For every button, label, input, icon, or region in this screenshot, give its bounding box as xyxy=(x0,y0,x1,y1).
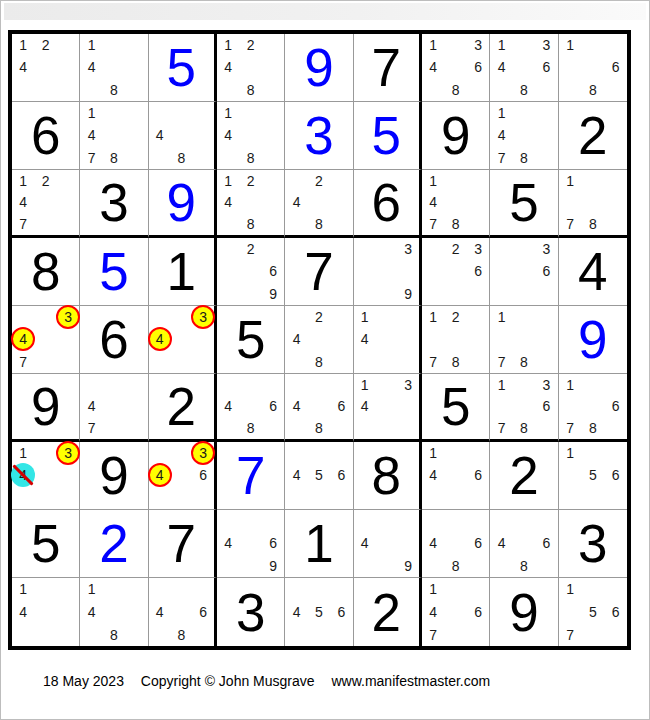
cell-r6c4[interactable]: 468 xyxy=(217,374,285,442)
candidate-digit[interactable]: 4 xyxy=(217,532,239,554)
candidate-digit[interactable]: 7 xyxy=(422,213,444,235)
candidate-digit[interactable]: 6 xyxy=(467,56,489,78)
cell-r5c1[interactable]: 347 xyxy=(12,306,80,374)
candidate-digit[interactable]: 6 xyxy=(467,532,489,554)
candidate-digit[interactable]: 4 xyxy=(354,396,376,418)
candidate-digit[interactable]: 4 xyxy=(12,464,34,486)
candidate-slot-empty xyxy=(12,487,34,509)
cell-r4c1[interactable]: 8 xyxy=(12,238,80,306)
candidate-value: 4 xyxy=(293,468,301,482)
candidate-value: 4 xyxy=(156,332,164,346)
candidate-slot-empty xyxy=(444,192,466,214)
candidate-digit[interactable]: 1 xyxy=(12,170,34,192)
candidate-digit[interactable]: 1 xyxy=(422,34,444,56)
candidate-digit[interactable]: 8 xyxy=(444,213,466,235)
candidate-digit[interactable]: 4 xyxy=(217,124,239,146)
candidate-digit[interactable]: 4 xyxy=(354,328,376,350)
candidate-slot-empty xyxy=(375,417,397,439)
candidate-digit[interactable]: 2 xyxy=(444,238,466,260)
candidate-digit[interactable]: 6 xyxy=(192,601,214,624)
candidate-digit[interactable]: 4 xyxy=(80,56,102,78)
candidate-value: 7 xyxy=(566,217,574,231)
candidate-digit[interactable]: 4 xyxy=(149,328,171,350)
cell-r3c4[interactable]: 1248 xyxy=(217,170,285,238)
cell-r8c6[interactable]: 49 xyxy=(354,510,422,578)
cell-r8c4[interactable]: 469 xyxy=(217,510,285,578)
cell-r3c1[interactable]: 1247 xyxy=(12,170,80,238)
candidate-digit[interactable]: 8 xyxy=(103,147,125,169)
cell-r2c8[interactable]: 1478 xyxy=(490,102,558,170)
cell-r8c8[interactable]: 468 xyxy=(490,510,558,578)
candidate-slot-empty xyxy=(217,213,239,235)
candidate-digit[interactable]: 6 xyxy=(192,464,214,486)
candidate-slot-empty xyxy=(375,283,397,305)
candidate-slot-empty xyxy=(444,170,466,192)
candidate-digit[interactable]: 3 xyxy=(192,306,214,328)
cell-r5c4[interactable]: 5 xyxy=(217,306,285,374)
candidate-digit[interactable]: 6 xyxy=(467,601,489,624)
cell-r8c1[interactable]: 5 xyxy=(12,510,80,578)
cell-r6c5[interactable]: 468 xyxy=(285,374,353,442)
candidate-digit[interactable]: 7 xyxy=(559,623,582,646)
candidate-digit[interactable]: 7 xyxy=(559,213,582,235)
candidate-value: 4 xyxy=(19,605,27,619)
candidate-slot-empty xyxy=(354,260,376,282)
cell-r9c4[interactable]: 3 xyxy=(217,578,285,646)
cell-r1c2[interactable]: 148 xyxy=(80,34,148,102)
candidate-digit[interactable]: 1 xyxy=(354,374,376,396)
candidate-digit[interactable]: 4 xyxy=(12,56,34,78)
candidate-digit[interactable]: 7 xyxy=(422,623,444,646)
candidate-slot-empty xyxy=(192,124,214,146)
candidate-digit[interactable]: 8 xyxy=(308,417,330,439)
candidate-value: 4 xyxy=(224,536,232,550)
candidate-slot-empty xyxy=(535,510,557,532)
candidate-value: 4 xyxy=(498,60,506,74)
candidate-digit[interactable]: 4 xyxy=(12,601,34,624)
candidate-digit[interactable]: 2 xyxy=(308,170,330,192)
candidate-digit[interactable]: 8 xyxy=(513,417,535,439)
candidate-digit[interactable]: 8 xyxy=(239,147,261,169)
candidate-slot-empty xyxy=(375,374,397,396)
cell-r6c6[interactable]: 134 xyxy=(354,374,422,442)
candidate-digit[interactable]: 3 xyxy=(57,442,79,464)
candidate-digit[interactable]: 8 xyxy=(308,213,330,235)
candidate-digit[interactable]: 4 xyxy=(80,601,102,624)
candidate-slot-empty xyxy=(397,532,419,554)
cell-r6c3[interactable]: 2 xyxy=(149,374,217,442)
candidate-slot-empty xyxy=(467,351,489,373)
cell-r5c8[interactable]: 178 xyxy=(490,306,558,374)
cell-r3c6[interactable]: 6 xyxy=(354,170,422,238)
cell-r9c6[interactable]: 2 xyxy=(354,578,422,646)
footer-date: 18 May 2023 xyxy=(43,673,124,689)
cell-r2c7[interactable]: 9 xyxy=(422,102,490,170)
candidate-digit[interactable]: 1 xyxy=(559,374,582,396)
candidate-slot-empty xyxy=(149,147,171,169)
candidate-grid: 1478 xyxy=(490,102,557,169)
cell-r1c3[interactable]: 5 xyxy=(149,34,217,102)
cell-r7c7[interactable]: 146 xyxy=(422,442,490,510)
cell-r9c9[interactable]: 1567 xyxy=(559,578,627,646)
candidate-value: 8 xyxy=(315,217,323,231)
candidate-digit[interactable]: 6 xyxy=(330,396,352,418)
candidate-value: 4 xyxy=(429,195,437,209)
candidate-slot-empty xyxy=(34,56,56,78)
candidate-digit[interactable]: 7 xyxy=(12,213,34,235)
candidate-slot-empty xyxy=(422,79,444,101)
candidate-digit[interactable]: 4 xyxy=(422,192,444,214)
cell-r1c1[interactable]: 124 xyxy=(12,34,80,102)
candidate-digit[interactable]: 4 xyxy=(285,396,307,418)
cell-r9c5[interactable]: 456 xyxy=(285,578,353,646)
cell-r2c4[interactable]: 148 xyxy=(217,102,285,170)
candidate-digit[interactable]: 8 xyxy=(103,623,125,646)
candidate-digit[interactable]: 2 xyxy=(34,170,56,192)
candidate-value: 7 xyxy=(19,217,27,231)
candidate-grid: 1248 xyxy=(217,34,284,101)
cell-r6c8[interactable]: 13678 xyxy=(490,374,558,442)
candidate-digit[interactable]: 3 xyxy=(535,34,557,56)
cell-r5c9[interactable]: 9 xyxy=(559,306,627,374)
candidate-digit[interactable]: 3 xyxy=(192,442,214,464)
cell-r3c9[interactable]: 178 xyxy=(559,170,627,238)
candidate-digit[interactable]: 7 xyxy=(422,351,444,373)
candidate-digit[interactable]: 6 xyxy=(604,464,627,486)
candidate-digit[interactable]: 6 xyxy=(467,464,489,486)
cell-r7c1[interactable]: 134 xyxy=(12,442,80,510)
candidate-value: 4 xyxy=(88,399,96,413)
candidate-digit[interactable]: 5 xyxy=(581,601,604,624)
candidate-digit[interactable]: 4 xyxy=(12,328,34,350)
cell-r7c9[interactable]: 156 xyxy=(559,442,627,510)
candidate-digit[interactable]: 7 xyxy=(80,417,102,439)
candidate-digit[interactable]: 7 xyxy=(490,351,512,373)
candidate-digit[interactable]: 7 xyxy=(80,147,102,169)
candidate-value: 1 xyxy=(566,446,574,460)
cell-r7c6[interactable]: 8 xyxy=(354,442,422,510)
candidate-digit[interactable]: 8 xyxy=(103,79,125,101)
candidate-grid: 148 xyxy=(80,578,147,646)
candidate-value: 6 xyxy=(612,468,620,482)
candidate-digit[interactable]: 8 xyxy=(308,351,330,373)
candidate-digit[interactable]: 8 xyxy=(581,79,604,101)
candidate-value: 4 xyxy=(224,128,232,142)
candidate-slot-empty xyxy=(559,79,582,101)
candidate-digit[interactable]: 1 xyxy=(490,102,512,124)
cell-r4c3[interactable]: 1 xyxy=(149,238,217,306)
candidate-value: 4 xyxy=(156,128,164,142)
candidate-slot-empty xyxy=(535,351,557,373)
solved-digit: 6 xyxy=(80,306,147,373)
candidate-digit[interactable]: 4 xyxy=(217,56,239,78)
candidate-digit[interactable]: 6 xyxy=(262,260,284,282)
candidate-slot-empty xyxy=(308,396,330,418)
cell-r8c5[interactable]: 1 xyxy=(285,510,353,578)
candidate-slot-empty xyxy=(262,56,284,78)
cell-r6c7[interactable]: 5 xyxy=(422,374,490,442)
candidate-digit[interactable]: 6 xyxy=(330,601,352,624)
candidate-digit[interactable]: 6 xyxy=(535,56,557,78)
cell-r4c8[interactable]: 36 xyxy=(490,238,558,306)
candidate-digit[interactable]: 4 xyxy=(217,396,239,418)
cell-r4c9[interactable]: 4 xyxy=(559,238,627,306)
candidate-digit[interactable]: 1 xyxy=(422,306,444,328)
candidate-digit[interactable]: 1 xyxy=(559,170,582,192)
cell-r8c9[interactable]: 3 xyxy=(559,510,627,578)
candidate-digit[interactable]: 1 xyxy=(490,34,512,56)
cell-r3c3[interactable]: 9 xyxy=(149,170,217,238)
candidate-digit[interactable]: 1 xyxy=(354,306,376,328)
candidate-slot-empty xyxy=(34,213,56,235)
candidate-digit[interactable]: 2 xyxy=(308,306,330,328)
candidate-slot-empty xyxy=(604,213,627,235)
candidate-digit[interactable]: 1 xyxy=(559,34,582,56)
candidate-digit[interactable]: 9 xyxy=(262,283,284,305)
candidate-digit[interactable]: 5 xyxy=(308,464,330,486)
candidate-digit[interactable]: 5 xyxy=(308,601,330,624)
candidate-digit[interactable]: 8 xyxy=(513,79,535,101)
candidate-value: 4 xyxy=(429,60,437,74)
candidate-digit[interactable]: 1 xyxy=(12,34,34,56)
candidate-digit[interactable]: 4 xyxy=(149,601,171,624)
candidate-digit[interactable]: 5 xyxy=(581,464,604,486)
candidate-grid: 1278 xyxy=(422,306,489,373)
candidate-digit[interactable]: 1 xyxy=(80,102,102,124)
candidate-digit[interactable]: 3 xyxy=(467,34,489,56)
candidate-digit[interactable]: 1 xyxy=(422,578,444,601)
cell-r3c7[interactable]: 1478 xyxy=(422,170,490,238)
candidate-digit[interactable]: 4 xyxy=(80,124,102,146)
candidate-digit[interactable]: 8 xyxy=(581,213,604,235)
candidate-digit[interactable]: 8 xyxy=(444,351,466,373)
candidate-slot-empty xyxy=(444,34,466,56)
solved-digit: 2 xyxy=(149,374,214,439)
candidate-digit[interactable]: 8 xyxy=(513,555,535,577)
cell-r2c9[interactable]: 2 xyxy=(559,102,627,170)
candidate-digit[interactable]: 4 xyxy=(285,601,307,624)
candidate-digit[interactable]: 1 xyxy=(12,442,34,464)
candidate-value: 7 xyxy=(566,421,574,435)
candidate-digit[interactable]: 3 xyxy=(397,238,419,260)
cell-r6c2[interactable]: 47 xyxy=(80,374,148,442)
cell-r9c1[interactable]: 14 xyxy=(12,578,80,646)
candidate-digit[interactable]: 1 xyxy=(217,34,239,56)
candidate-value: 4 xyxy=(156,605,164,619)
candidate-digit[interactable]: 4 xyxy=(422,464,444,486)
cell-r9c7[interactable]: 1467 xyxy=(422,578,490,646)
candidate-digit[interactable]: 4 xyxy=(217,192,239,214)
candidate-digit[interactable]: 8 xyxy=(444,79,466,101)
candidate-value: 7 xyxy=(498,355,506,369)
candidate-digit[interactable]: 1 xyxy=(80,578,102,601)
candidate-digit[interactable]: 4 xyxy=(490,532,512,554)
cell-r2c3[interactable]: 48 xyxy=(149,102,217,170)
candidate-digit[interactable]: 6 xyxy=(467,260,489,282)
cell-r7c2[interactable]: 9 xyxy=(80,442,148,510)
cell-r1c6[interactable]: 7 xyxy=(354,34,422,102)
candidate-digit[interactable]: 1 xyxy=(12,578,34,601)
candidate-digit[interactable]: 2 xyxy=(239,170,261,192)
cell-r1c9[interactable]: 168 xyxy=(559,34,627,102)
candidate-slot-empty xyxy=(12,306,34,328)
cell-r3c8[interactable]: 5 xyxy=(490,170,558,238)
candidate-digit[interactable]: 6 xyxy=(262,396,284,418)
candidate-digit[interactable]: 8 xyxy=(170,623,192,646)
candidate-slot-empty xyxy=(397,396,419,418)
candidate-slot-empty xyxy=(217,147,239,169)
candidate-slot-empty xyxy=(57,351,79,373)
candidate-digit[interactable]: 8 xyxy=(170,147,192,169)
candidate-digit[interactable]: 4 xyxy=(285,192,307,214)
cell-r2c1[interactable]: 6 xyxy=(12,102,80,170)
sudoku-board[interactable]: 1241485124897134681346816861478481483591… xyxy=(8,30,631,650)
candidate-digit[interactable]: 3 xyxy=(397,374,419,396)
cell-r8c2[interactable]: 2 xyxy=(80,510,148,578)
candidate-digit[interactable]: 7 xyxy=(559,417,582,439)
cell-r7c8[interactable]: 2 xyxy=(490,442,558,510)
candidate-digit[interactable]: 2 xyxy=(34,34,56,56)
candidate-digit[interactable]: 4 xyxy=(149,124,171,146)
cell-r4c6[interactable]: 39 xyxy=(354,238,422,306)
candidate-slot-empty xyxy=(535,306,557,328)
cell-r5c3[interactable]: 34 xyxy=(149,306,217,374)
cell-r1c4[interactable]: 1248 xyxy=(217,34,285,102)
candidate-digit[interactable]: 1 xyxy=(80,34,102,56)
cell-r5c7[interactable]: 1278 xyxy=(422,306,490,374)
candidate-digit[interactable]: 9 xyxy=(262,555,284,577)
cell-r2c2[interactable]: 1478 xyxy=(80,102,148,170)
candidate-digit[interactable]: 8 xyxy=(239,79,261,101)
cell-r4c7[interactable]: 236 xyxy=(422,238,490,306)
candidate-digit[interactable]: 1 xyxy=(217,102,239,124)
cell-r5c5[interactable]: 248 xyxy=(285,306,353,374)
candidate-digit[interactable]: 3 xyxy=(57,306,79,328)
candidate-digit[interactable]: 8 xyxy=(444,555,466,577)
candidate-digit[interactable]: 2 xyxy=(444,306,466,328)
candidate-slot-empty xyxy=(57,578,79,601)
candidate-slot-empty xyxy=(57,213,79,235)
cell-r1c8[interactable]: 13468 xyxy=(490,34,558,102)
cell-r4c5[interactable]: 7 xyxy=(285,238,353,306)
candidate-slot-empty xyxy=(581,487,604,509)
cell-r6c9[interactable]: 1678 xyxy=(559,374,627,442)
candidate-digit[interactable]: 1 xyxy=(217,170,239,192)
cell-r7c5[interactable]: 456 xyxy=(285,442,353,510)
cell-r9c8[interactable]: 9 xyxy=(490,578,558,646)
candidate-digit[interactable]: 6 xyxy=(604,56,627,78)
candidate-digit[interactable]: 6 xyxy=(535,396,557,418)
cell-r8c3[interactable]: 7 xyxy=(149,510,217,578)
cell-r8c7[interactable]: 468 xyxy=(422,510,490,578)
candidate-digit[interactable]: 9 xyxy=(397,555,419,577)
candidate-digit[interactable]: 1 xyxy=(422,170,444,192)
candidate-digit[interactable]: 8 xyxy=(513,351,535,373)
cell-r3c5[interactable]: 248 xyxy=(285,170,353,238)
candidate-value: 3 xyxy=(474,38,482,52)
candidate-digit[interactable]: 1 xyxy=(490,374,512,396)
candidate-digit[interactable]: 8 xyxy=(513,147,535,169)
candidate-digit[interactable]: 4 xyxy=(12,192,34,214)
candidate-slot-empty xyxy=(490,238,512,260)
candidate-value: 8 xyxy=(452,559,460,573)
candidate-digit[interactable]: 7 xyxy=(490,417,512,439)
candidate-digit[interactable]: 3 xyxy=(535,374,557,396)
cell-r9c3[interactable]: 468 xyxy=(149,578,217,646)
candidate-digit[interactable]: 4 xyxy=(422,56,444,78)
candidate-digit[interactable]: 4 xyxy=(354,532,376,554)
cell-r2c6[interactable]: 5 xyxy=(354,102,422,170)
candidate-value: 5 xyxy=(315,468,323,482)
candidate-digit[interactable]: 4 xyxy=(285,328,307,350)
candidate-slot-empty xyxy=(422,555,444,577)
candidate-digit[interactable]: 6 xyxy=(535,532,557,554)
candidate-slot-empty xyxy=(490,555,512,577)
cell-r1c5[interactable]: 9 xyxy=(285,34,353,102)
candidate-slot-empty xyxy=(192,102,214,124)
cell-r7c4[interactable]: 7 xyxy=(217,442,285,510)
candidate-digit[interactable]: 1 xyxy=(559,442,582,464)
candidate-digit[interactable]: 8 xyxy=(239,417,261,439)
candidate-slot-empty xyxy=(57,192,79,214)
cell-r4c4[interactable]: 269 xyxy=(217,238,285,306)
cell-r9c2[interactable]: 148 xyxy=(80,578,148,646)
candidate-digit[interactable]: 4 xyxy=(422,532,444,554)
candidate-digit[interactable]: 6 xyxy=(262,532,284,554)
candidate-digit[interactable]: 7 xyxy=(490,147,512,169)
candidate-digit[interactable]: 1 xyxy=(490,306,512,328)
candidate-digit[interactable]: 4 xyxy=(149,464,171,486)
cell-r2c5[interactable]: 3 xyxy=(285,102,353,170)
candidate-digit[interactable]: 8 xyxy=(239,213,261,235)
cell-r6c1[interactable]: 9 xyxy=(12,374,80,442)
candidate-digit[interactable]: 6 xyxy=(604,396,627,418)
candidate-digit[interactable]: 8 xyxy=(581,417,604,439)
candidate-value: 8 xyxy=(452,355,460,369)
candidate-digit[interactable]: 9 xyxy=(397,283,419,305)
candidate-value: 8 xyxy=(247,217,255,231)
cell-r5c2[interactable]: 6 xyxy=(80,306,148,374)
candidate-digit[interactable]: 1 xyxy=(559,578,582,601)
candidate-digit[interactable]: 6 xyxy=(535,260,557,282)
candidate-digit[interactable]: 2 xyxy=(239,238,261,260)
cell-r3c2[interactable]: 3 xyxy=(80,170,148,238)
candidate-digit[interactable]: 2 xyxy=(239,34,261,56)
candidate-digit[interactable]: 4 xyxy=(490,124,512,146)
cell-r7c3[interactable]: 346 xyxy=(149,442,217,510)
candidate-slot-empty xyxy=(354,510,376,532)
candidate-slot-empty xyxy=(57,56,79,78)
cell-r5c6[interactable]: 14 xyxy=(354,306,422,374)
candidate-digit[interactable]: 4 xyxy=(285,464,307,486)
candidate-digit[interactable]: 6 xyxy=(604,601,627,624)
candidate-digit[interactable]: 3 xyxy=(535,238,557,260)
candidate-digit[interactable]: 7 xyxy=(12,351,34,373)
candidate-value: 6 xyxy=(612,605,620,619)
cell-r1c7[interactable]: 13468 xyxy=(422,34,490,102)
candidate-digit[interactable]: 4 xyxy=(422,601,444,624)
candidate-slot-empty xyxy=(57,170,79,192)
candidate-slot-empty xyxy=(535,283,557,305)
candidate-value: 8 xyxy=(520,421,528,435)
candidate-digit[interactable]: 4 xyxy=(490,56,512,78)
cell-r4c2[interactable]: 5 xyxy=(80,238,148,306)
candidate-value: 1 xyxy=(224,38,232,52)
candidate-digit[interactable]: 1 xyxy=(422,442,444,464)
candidate-digit[interactable]: 6 xyxy=(330,464,352,486)
candidate-digit[interactable]: 4 xyxy=(80,396,102,418)
candidate-digit[interactable]: 3 xyxy=(467,238,489,260)
